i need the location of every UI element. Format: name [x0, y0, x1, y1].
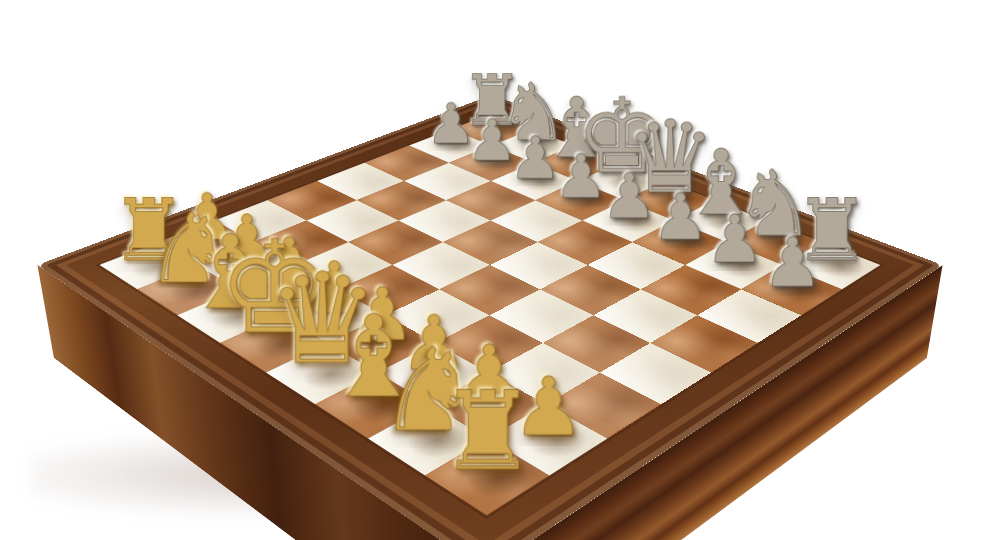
- wood-chess-case: ♜♟♟♜♞♟♟♞♝♟♟♝♚♟♟♚♛♟♟♛♝♟♟♝♞♟♟♞♜♟♟♜: [37, 95, 942, 540]
- square-a1[interactable]: ♜: [425, 438, 549, 515]
- silver-pawn-glyph: ♟: [719, 229, 863, 297]
- brass-rook-glyph: ♜: [398, 375, 576, 485]
- scene: ♜♟♟♜♞♟♟♞♝♟♟♝♚♟♟♚♛♟♟♛♝♟♟♝♞♟♟♞♜♟♟♜: [0, 0, 1000, 540]
- square-f5[interactable]: [399, 200, 491, 242]
- square-a7[interactable]: ♟: [741, 265, 842, 315]
- square-a6[interactable]: [697, 289, 801, 343]
- product-photo-background: ♜♟♟♜♞♟♟♞♝♟♟♝♚♟♟♚♛♟♟♛♝♟♟♝♞♟♟♞♜♟♟♜: [0, 0, 1000, 540]
